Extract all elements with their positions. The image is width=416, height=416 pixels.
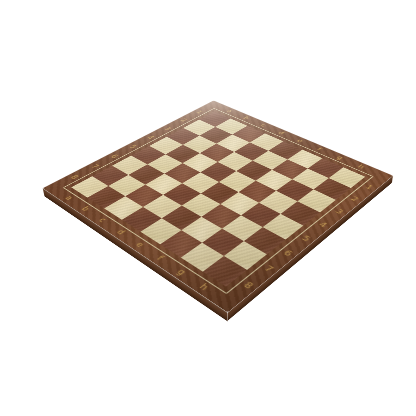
square-f4 [239,181,277,203]
square-b8 [87,186,125,208]
square-e8 [141,218,182,244]
rank-labels-right: 12345678 [231,179,383,299]
square-g8 [181,243,224,272]
square-g7 [202,229,244,256]
square-h5 [263,214,304,240]
square-h7 [224,241,267,270]
square-g4 [259,191,297,214]
square-h8 [203,256,247,287]
board-scene: abcdefgh abcdefgh 12345678 12345678 [0,0,416,416]
square-h4 [281,201,320,225]
board-frame: abcdefgh abcdefgh 12345678 12345678 [43,100,393,312]
square-g3 [276,179,313,201]
square-g6 [222,215,263,241]
square-h3 [297,189,335,212]
square-f6 [201,204,241,229]
square-d8 [122,207,162,232]
square-d6 [163,183,201,205]
board-squares [71,111,365,286]
square-h2 [314,178,351,200]
square-c7 [125,185,163,207]
square-e7 [162,206,202,231]
square-f5 [220,192,259,215]
square-e6 [182,193,221,216]
square-f8 [160,230,202,257]
square-g5 [241,203,281,227]
square-h6 [244,227,286,254]
square-d7 [143,195,182,218]
chess-board: abcdefgh abcdefgh 12345678 12345678 [43,100,393,312]
square-e5 [201,182,239,204]
square-c8 [104,196,143,220]
file-labels-near: abcdefgh [54,190,221,301]
square-f7 [181,217,222,243]
product-photo-background: abcdefgh abcdefgh 12345678 12345678 [0,0,416,416]
